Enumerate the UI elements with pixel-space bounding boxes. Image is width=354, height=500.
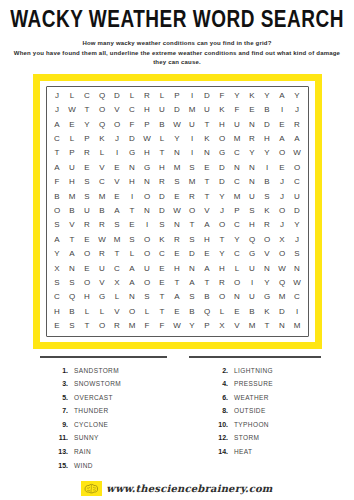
grid-cell-r10c14[interactable]: H <box>245 218 260 232</box>
grid-cell-r16c8[interactable]: T <box>155 305 170 319</box>
grid-cell-r9c10[interactable]: O <box>185 204 200 218</box>
grid-cell-r10c6[interactable]: E <box>125 218 140 232</box>
grid-cell-r6c4[interactable]: V <box>95 161 110 175</box>
word-item[interactable]: 9.CYCLONE <box>52 421 212 435</box>
grid-cell-r6c1[interactable]: A <box>50 161 65 175</box>
grid-cell-r15c16[interactable]: M <box>275 290 290 304</box>
grid-cell-r4c17[interactable]: A <box>290 132 305 146</box>
grid-cell-r9c12[interactable]: J <box>215 204 230 218</box>
grid-cell-r11c9[interactable]: R <box>170 233 185 247</box>
grid-cell-r9c7[interactable]: N <box>140 204 155 218</box>
grid-cell-r3c5[interactable]: O <box>110 117 125 131</box>
grid-cell-r14c5[interactable]: X <box>110 276 125 290</box>
grid-cell-r9c11[interactable]: V <box>200 204 215 218</box>
grid-cell-r16c15[interactable]: K <box>260 305 275 319</box>
grid-cell-r13c9[interactable]: H <box>170 261 185 275</box>
grid-cell-r6c11[interactable]: E <box>200 161 215 175</box>
word-item[interactable]: 13.RAIN <box>52 448 212 462</box>
word-item[interactable]: 2.LIGHTNING <box>212 367 273 381</box>
grid-cell-r9c17[interactable]: D <box>290 204 305 218</box>
grid-cell-r6c2[interactable]: U <box>65 161 80 175</box>
grid-cell-r5c10[interactable]: I <box>185 146 200 160</box>
grid-cell-r1c5[interactable]: D <box>110 89 125 103</box>
grid-cell-r2c12[interactable]: K <box>215 103 230 117</box>
grid-cell-r11c7[interactable]: O <box>140 233 155 247</box>
grid-cell-r13c14[interactable]: U <box>245 261 260 275</box>
grid-cell-r2c10[interactable]: M <box>185 103 200 117</box>
grid-cell-r17c4[interactable]: O <box>95 319 110 333</box>
grid-cell-r6c15[interactable]: I <box>260 161 275 175</box>
grid-cell-r2c15[interactable]: B <box>260 103 275 117</box>
grid-cell-r13c17[interactable]: N <box>290 261 305 275</box>
grid-cell-r9c14[interactable]: S <box>245 204 260 218</box>
word-item[interactable]: 10.TYPHOON <box>212 421 273 435</box>
grid-cell-r17c6[interactable]: M <box>125 319 140 333</box>
word-item[interactable]: 11.SUNNY <box>52 434 212 448</box>
grid-cell-r11c14[interactable]: Q <box>245 233 260 247</box>
grid-cell-r9c1[interactable]: O <box>50 204 65 218</box>
grid-cell-r2c16[interactable]: I <box>275 103 290 117</box>
grid-cell-r8c11[interactable]: T <box>200 189 215 203</box>
grid-cell-r4c8[interactable]: L <box>155 132 170 146</box>
grid-cell-r15c12[interactable]: O <box>215 290 230 304</box>
grid-cell-r7c10[interactable]: M <box>185 175 200 189</box>
grid-cell-r9c13[interactable]: P <box>230 204 245 218</box>
grid-cell-r16c16[interactable]: D <box>275 305 290 319</box>
grid-cell-r13c12[interactable]: H <box>215 261 230 275</box>
grid-cell-r5c16[interactable]: O <box>275 146 290 160</box>
grid-cell-r11c2[interactable]: T <box>65 233 80 247</box>
grid-cell-r1c2[interactable]: L <box>65 89 80 103</box>
grid-cell-r4c9[interactable]: Y <box>170 132 185 146</box>
grid-cell-r4c4[interactable]: K <box>95 132 110 146</box>
grid-cell-r16c10[interactable]: B <box>185 305 200 319</box>
grid-cell-r12c15[interactable]: V <box>260 247 275 261</box>
grid-cell-r14c9[interactable]: T <box>170 276 185 290</box>
grid-cell-r11c11[interactable]: H <box>200 233 215 247</box>
grid-cell-r15c9[interactable]: A <box>170 290 185 304</box>
grid-cell-r6c17[interactable]: O <box>290 161 305 175</box>
grid-cell-r13c3[interactable]: E <box>80 261 95 275</box>
grid-cell-r8c2[interactable]: M <box>65 189 80 203</box>
grid-cell-r8c12[interactable]: Y <box>215 189 230 203</box>
grid-cell-r1c7[interactable]: R <box>140 89 155 103</box>
grid-cell-r2c1[interactable]: J <box>50 103 65 117</box>
grid-cell-r17c14[interactable]: M <box>245 319 260 333</box>
grid-cell-r2c5[interactable]: V <box>110 103 125 117</box>
grid-cell-r15c2[interactable]: Q <box>65 290 80 304</box>
grid-cell-r17c2[interactable]: S <box>65 319 80 333</box>
grid-cell-r7c1[interactable]: F <box>50 175 65 189</box>
grid-cell-r10c13[interactable]: C <box>230 218 245 232</box>
grid-cell-r13c8[interactable]: E <box>155 261 170 275</box>
grid-cell-r2c3[interactable]: T <box>80 103 95 117</box>
grid-cell-r8c16[interactable]: J <box>275 189 290 203</box>
grid-cell-r3c6[interactable]: F <box>125 117 140 131</box>
grid-cell-r4c5[interactable]: J <box>110 132 125 146</box>
grid-cell-r1c4[interactable]: Q <box>95 89 110 103</box>
grid-cell-r3c3[interactable]: Y <box>80 117 95 131</box>
grid-cell-r6c5[interactable]: E <box>110 161 125 175</box>
grid-cell-r12c4[interactable]: R <box>95 247 110 261</box>
grid-cell-r3c4[interactable]: Q <box>95 117 110 131</box>
grid-cell-r5c8[interactable]: T <box>155 146 170 160</box>
grid-cell-r1c16[interactable]: A <box>275 89 290 103</box>
grid-cell-r3c9[interactable]: W <box>170 117 185 131</box>
grid-cell-r17c8[interactable]: F <box>155 319 170 333</box>
grid-cell-r16c4[interactable]: L <box>95 305 110 319</box>
grid-cell-r2c7[interactable]: H <box>140 103 155 117</box>
grid-cell-r10c17[interactable]: Y <box>290 218 305 232</box>
grid-cell-r17c10[interactable]: Y <box>185 319 200 333</box>
grid-cell-r1c9[interactable]: P <box>170 89 185 103</box>
grid-cell-r6c7[interactable]: G <box>140 161 155 175</box>
grid-cell-r15c13[interactable]: N <box>230 290 245 304</box>
grid-cell-r1c17[interactable]: Y <box>290 89 305 103</box>
grid-cell-r8c7[interactable]: O <box>140 189 155 203</box>
grid-cell-r10c4[interactable]: R <box>95 218 110 232</box>
grid-cell-r1c8[interactable]: L <box>155 89 170 103</box>
grid-cell-r15c14[interactable]: U <box>245 290 260 304</box>
grid-cell-r16c1[interactable]: H <box>50 305 65 319</box>
grid-cell-r14c8[interactable]: E <box>155 276 170 290</box>
grid-cell-r15c17[interactable]: C <box>290 290 305 304</box>
grid-cell-r15c7[interactable]: S <box>140 290 155 304</box>
grid-cell-r16c2[interactable]: B <box>65 305 80 319</box>
grid-cell-r7c4[interactable]: C <box>95 175 110 189</box>
grid-cell-r12c10[interactable]: D <box>185 247 200 261</box>
grid-cell-r16c7[interactable]: L <box>140 305 155 319</box>
grid-cell-r8c8[interactable]: D <box>155 189 170 203</box>
grid-cell-r12c11[interactable]: E <box>200 247 215 261</box>
grid-cell-r6c12[interactable]: D <box>215 161 230 175</box>
grid-cell-r5c9[interactable]: N <box>170 146 185 160</box>
grid-cell-r1c10[interactable]: I <box>185 89 200 103</box>
grid-cell-r7c2[interactable]: H <box>65 175 80 189</box>
grid-cell-r9c5[interactable]: A <box>110 204 125 218</box>
grid-cell-r14c6[interactable]: A <box>125 276 140 290</box>
grid-cell-r14c16[interactable]: Q <box>275 276 290 290</box>
grid-cell-r4c13[interactable]: M <box>230 132 245 146</box>
grid-cell-r10c8[interactable]: S <box>155 218 170 232</box>
grid-cell-r4c7[interactable]: W <box>140 132 155 146</box>
grid-cell-r7c13[interactable]: C <box>230 175 245 189</box>
grid-cell-r2c17[interactable]: J <box>290 103 305 117</box>
grid-cell-r12c7[interactable]: O <box>140 247 155 261</box>
grid-cell-r14c13[interactable]: O <box>230 276 245 290</box>
grid-cell-r10c5[interactable]: S <box>110 218 125 232</box>
grid-cell-r14c17[interactable]: W <box>290 276 305 290</box>
grid-cell-r8c9[interactable]: E <box>170 189 185 203</box>
grid-cell-r10c3[interactable]: R <box>80 218 95 232</box>
grid-cell-r11c8[interactable]: K <box>155 233 170 247</box>
grid-cell-r13c6[interactable]: A <box>125 261 140 275</box>
grid-cell-r12c12[interactable]: Y <box>215 247 230 261</box>
grid-cell-r10c9[interactable]: N <box>170 218 185 232</box>
grid-cell-r14c2[interactable]: S <box>65 276 80 290</box>
grid-cell-r1c11[interactable]: D <box>200 89 215 103</box>
grid-cell-r2c8[interactable]: U <box>155 103 170 117</box>
grid-cell-r16c13[interactable]: E <box>230 305 245 319</box>
grid-cell-r3c14[interactable]: N <box>245 117 260 131</box>
grid-cell-r14c7[interactable]: O <box>140 276 155 290</box>
grid-cell-r8c10[interactable]: R <box>185 189 200 203</box>
grid-cell-r16c11[interactable]: Q <box>200 305 215 319</box>
grid-cell-r11c3[interactable]: E <box>80 233 95 247</box>
word-item[interactable]: 6.WEATHER <box>212 394 273 408</box>
grid-cell-r8c17[interactable]: U <box>290 189 305 203</box>
grid-cell-r14c11[interactable]: T <box>200 276 215 290</box>
grid-cell-r8c13[interactable]: M <box>230 189 245 203</box>
grid-cell-r8c1[interactable]: B <box>50 189 65 203</box>
grid-cell-r9c16[interactable]: O <box>275 204 290 218</box>
grid-cell-r10c10[interactable]: T <box>185 218 200 232</box>
grid-cell-r15c5[interactable]: L <box>110 290 125 304</box>
grid-cell-r2c13[interactable]: F <box>230 103 245 117</box>
grid-cell-r17c16[interactable]: N <box>275 319 290 333</box>
grid-cell-r7c8[interactable]: R <box>155 175 170 189</box>
grid-cell-r13c16[interactable]: W <box>275 261 290 275</box>
grid-cell-r4c1[interactable]: C <box>50 132 65 146</box>
grid-cell-r13c5[interactable]: C <box>110 261 125 275</box>
grid-cell-r14c12[interactable]: R <box>215 276 230 290</box>
grid-cell-r16c9[interactable]: E <box>170 305 185 319</box>
grid-cell-r3c8[interactable]: B <box>155 117 170 131</box>
grid-cell-r8c6[interactable]: I <box>125 189 140 203</box>
grid-cell-r12c8[interactable]: C <box>155 247 170 261</box>
grid-cell-r11c13[interactable]: Y <box>230 233 245 247</box>
word-item[interactable]: 12.STORM <box>212 434 273 448</box>
grid-cell-r13c7[interactable]: U <box>140 261 155 275</box>
grid-cell-r9c15[interactable]: K <box>260 204 275 218</box>
grid-cell-r11c6[interactable]: S <box>125 233 140 247</box>
grid-cell-r13c11[interactable]: A <box>200 261 215 275</box>
grid-cell-r1c6[interactable]: L <box>125 89 140 103</box>
grid-cell-r4c10[interactable]: I <box>185 132 200 146</box>
grid-cell-r7c12[interactable]: D <box>215 175 230 189</box>
grid-cell-r16c5[interactable]: V <box>110 305 125 319</box>
grid-cell-r8c14[interactable]: U <box>245 189 260 203</box>
grid-cell-r12c1[interactable]: Y <box>50 247 65 261</box>
grid-cell-r16c17[interactable]: I <box>290 305 305 319</box>
grid-cell-r5c15[interactable]: Y <box>260 146 275 160</box>
grid-cell-r5c13[interactable]: C <box>230 146 245 160</box>
grid-cell-r17c15[interactable]: T <box>260 319 275 333</box>
grid-cell-r3c7[interactable]: P <box>140 117 155 131</box>
grid-cell-r13c10[interactable]: N <box>185 261 200 275</box>
grid-cell-r7c7[interactable]: N <box>140 175 155 189</box>
grid-cell-r3c10[interactable]: U <box>185 117 200 131</box>
grid-cell-r12c14[interactable]: G <box>245 247 260 261</box>
grid-cell-r6c10[interactable]: S <box>185 161 200 175</box>
grid-cell-r11c1[interactable]: A <box>50 233 65 247</box>
grid-cell-r4c16[interactable]: A <box>275 132 290 146</box>
grid-cell-r11c4[interactable]: W <box>95 233 110 247</box>
grid-cell-r4c12[interactable]: O <box>215 132 230 146</box>
grid-cell-r5c17[interactable]: W <box>290 146 305 160</box>
grid-cell-r7c5[interactable]: V <box>110 175 125 189</box>
grid-cell-r1c15[interactable]: Y <box>260 89 275 103</box>
grid-cell-r17c12[interactable]: X <box>215 319 230 333</box>
grid-cell-r17c1[interactable]: E <box>50 319 65 333</box>
grid-cell-r6c6[interactable]: N <box>125 161 140 175</box>
grid-cell-r17c5[interactable]: R <box>110 319 125 333</box>
grid-cell-r13c15[interactable]: N <box>260 261 275 275</box>
grid-cell-r8c4[interactable]: M <box>95 189 110 203</box>
grid-cell-r4c2[interactable]: L <box>65 132 80 146</box>
grid-cell-r14c10[interactable]: A <box>185 276 200 290</box>
grid-cell-r13c13[interactable]: L <box>230 261 245 275</box>
grid-cell-r7c3[interactable]: S <box>80 175 95 189</box>
grid-cell-r5c1[interactable]: T <box>50 146 65 160</box>
grid-cell-r11c17[interactable]: J <box>290 233 305 247</box>
word-item[interactable]: 8.OUTSIDE <box>212 407 273 421</box>
grid-cell-r17c3[interactable]: T <box>80 319 95 333</box>
grid-cell-r5c3[interactable]: R <box>80 146 95 160</box>
grid-cell-r2c9[interactable]: D <box>170 103 185 117</box>
grid-cell-r5c5[interactable]: I <box>110 146 125 160</box>
grid-cell-r11c12[interactable]: T <box>215 233 230 247</box>
grid-cell-r11c16[interactable]: X <box>275 233 290 247</box>
grid-cell-r5c11[interactable]: N <box>200 146 215 160</box>
grid-cell-r7c17[interactable]: C <box>290 175 305 189</box>
grid-cell-r2c14[interactable]: E <box>245 103 260 117</box>
grid-cell-r15c4[interactable]: G <box>95 290 110 304</box>
grid-cell-r9c4[interactable]: B <box>95 204 110 218</box>
grid-cell-r10c15[interactable]: R <box>260 218 275 232</box>
grid-cell-r15c6[interactable]: N <box>125 290 140 304</box>
grid-cell-r17c7[interactable]: F <box>140 319 155 333</box>
grid-cell-r5c2[interactable]: P <box>65 146 80 160</box>
grid-cell-r2c6[interactable]: C <box>125 103 140 117</box>
grid-cell-r5c6[interactable]: G <box>125 146 140 160</box>
grid-cell-r2c2[interactable]: W <box>65 103 80 117</box>
grid-cell-r14c4[interactable]: V <box>95 276 110 290</box>
grid-cell-r15c8[interactable]: T <box>155 290 170 304</box>
grid-cell-r1c14[interactable]: K <box>245 89 260 103</box>
word-item[interactable]: 15.WIND <box>52 462 212 476</box>
word-item[interactable]: 7.THUNDER <box>52 407 212 421</box>
grid-cell-r4c14[interactable]: R <box>245 132 260 146</box>
grid-cell-r1c12[interactable]: F <box>215 89 230 103</box>
grid-cell-r6c9[interactable]: M <box>170 161 185 175</box>
grid-cell-r5c14[interactable]: Y <box>245 146 260 160</box>
grid-cell-r5c7[interactable]: H <box>140 146 155 160</box>
grid-cell-r12c3[interactable]: O <box>80 247 95 261</box>
grid-cell-r17c13[interactable]: V <box>230 319 245 333</box>
grid-cell-r13c4[interactable]: U <box>95 261 110 275</box>
grid-cell-r2c11[interactable]: U <box>200 103 215 117</box>
word-item[interactable]: 3.SNOWSTORM <box>52 380 212 394</box>
grid-cell-r4c6[interactable]: D <box>125 132 140 146</box>
grid-cell-r15c10[interactable]: S <box>185 290 200 304</box>
grid-cell-r6c8[interactable]: H <box>155 161 170 175</box>
grid-cell-r3c15[interactable]: D <box>260 117 275 131</box>
grid-cell-r16c6[interactable]: O <box>125 305 140 319</box>
grid-cell-r16c12[interactable]: L <box>215 305 230 319</box>
grid-cell-r4c11[interactable]: K <box>200 132 215 146</box>
grid-cell-r6c16[interactable]: E <box>275 161 290 175</box>
grid-cell-r10c1[interactable]: S <box>50 218 65 232</box>
grid-cell-r10c16[interactable]: J <box>275 218 290 232</box>
grid-cell-r12c5[interactable]: T <box>110 247 125 261</box>
grid-cell-r14c14[interactable]: I <box>245 276 260 290</box>
grid-cell-r17c11[interactable]: P <box>200 319 215 333</box>
grid-cell-r5c12[interactable]: G <box>215 146 230 160</box>
grid-cell-r16c3[interactable]: L <box>80 305 95 319</box>
grid-cell-r3c11[interactable]: T <box>200 117 215 131</box>
word-item[interactable]: 5.OVERCAST <box>52 394 212 408</box>
word-item[interactable]: 1.SANDSTORM <box>52 367 212 381</box>
grid-cell-r8c15[interactable]: S <box>260 189 275 203</box>
grid-cell-r7c6[interactable]: H <box>125 175 140 189</box>
website-link[interactable]: www.thesciencebrainery.com <box>106 483 272 494</box>
word-item[interactable]: 4.PRESSURE <box>212 380 273 394</box>
grid-cell-r11c5[interactable]: M <box>110 233 125 247</box>
grid-cell-r15c11[interactable]: B <box>200 290 215 304</box>
grid-cell-r12c16[interactable]: O <box>275 247 290 261</box>
grid-cell-r3c16[interactable]: E <box>275 117 290 131</box>
grid-cell-r8c3[interactable]: S <box>80 189 95 203</box>
grid-cell-r9c9[interactable]: W <box>170 204 185 218</box>
grid-cell-r12c9[interactable]: E <box>170 247 185 261</box>
grid-cell-r3c13[interactable]: U <box>230 117 245 131</box>
grid-cell-r9c6[interactable]: T <box>125 204 140 218</box>
grid-cell-r8c5[interactable]: E <box>110 189 125 203</box>
grid-cell-r11c15[interactable]: O <box>260 233 275 247</box>
grid-cell-r3c17[interactable]: R <box>290 117 305 131</box>
grid-cell-r3c1[interactable]: A <box>50 117 65 131</box>
grid-cell-r10c12[interactable]: O <box>215 218 230 232</box>
grid-cell-r1c3[interactable]: C <box>80 89 95 103</box>
grid-cell-r14c1[interactable]: S <box>50 276 65 290</box>
grid-cell-r7c15[interactable]: B <box>260 175 275 189</box>
grid-cell-r6c13[interactable]: N <box>230 161 245 175</box>
grid-cell-r10c7[interactable]: I <box>140 218 155 232</box>
grid-cell-r3c12[interactable]: H <box>215 117 230 131</box>
grid-cell-r12c6[interactable]: L <box>125 247 140 261</box>
grid-cell-r6c3[interactable]: E <box>80 161 95 175</box>
grid-cell-r7c16[interactable]: J <box>275 175 290 189</box>
grid-cell-r12c13[interactable]: C <box>230 247 245 261</box>
grid-cell-r5c4[interactable]: L <box>95 146 110 160</box>
grid-cell-r4c15[interactable]: H <box>260 132 275 146</box>
grid-cell-r15c15[interactable]: G <box>260 290 275 304</box>
word-item[interactable]: 14.HEAT <box>212 448 273 462</box>
grid-cell-r3c2[interactable]: E <box>65 117 80 131</box>
grid-cell-r13c1[interactable]: X <box>50 261 65 275</box>
grid-cell-r6c14[interactable]: N <box>245 161 260 175</box>
grid-cell-r9c2[interactable]: B <box>65 204 80 218</box>
grid-cell-r2c4[interactable]: O <box>95 103 110 117</box>
grid-cell-r9c3[interactable]: U <box>80 204 95 218</box>
grid-cell-r13c2[interactable]: N <box>65 261 80 275</box>
grid-cell-r9c8[interactable]: D <box>155 204 170 218</box>
grid-cell-r10c11[interactable]: A <box>200 218 215 232</box>
grid-cell-r7c14[interactable]: N <box>245 175 260 189</box>
grid-cell-r14c15[interactable]: Y <box>260 276 275 290</box>
grid-cell-r17c9[interactable]: W <box>170 319 185 333</box>
grid-cell-r10c2[interactable]: V <box>65 218 80 232</box>
grid-cell-r17c17[interactable]: M <box>290 319 305 333</box>
grid-cell-r15c3[interactable]: H <box>80 290 95 304</box>
grid-cell-r4c3[interactable]: P <box>80 132 95 146</box>
grid-cell-r1c13[interactable]: Y <box>230 89 245 103</box>
grid-cell-r15c1[interactable]: C <box>50 290 65 304</box>
grid-cell-r16c14[interactable]: B <box>245 305 260 319</box>
grid-cell-r12c17[interactable]: S <box>290 247 305 261</box>
grid-cell-r11c10[interactable]: S <box>185 233 200 247</box>
